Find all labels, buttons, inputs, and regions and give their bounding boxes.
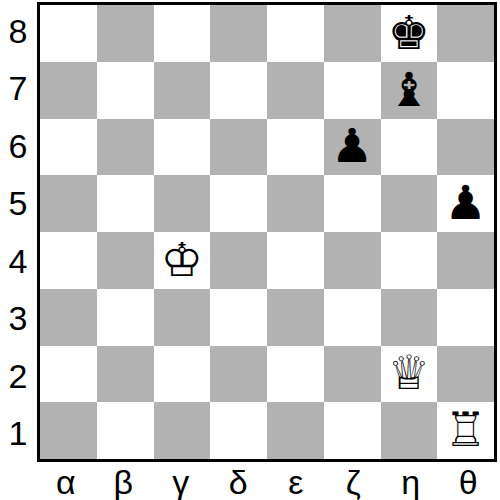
file-label-δ: δ [210,463,268,500]
square-β5[interactable] [97,175,154,232]
rank-label-7: 7 [0,60,36,118]
square-η5[interactable] [381,175,438,232]
square-α3[interactable] [40,289,97,346]
file-label-η: η [382,463,440,500]
square-α2[interactable] [40,346,97,403]
square-γ7[interactable] [154,62,211,119]
square-ζ6[interactable]: ♟ [324,119,381,176]
square-α6[interactable] [40,119,97,176]
square-γ4[interactable]: ♔ [154,232,211,289]
piece-white-rook[interactable]: ♖ [445,406,487,453]
square-θ5[interactable]: ♟ [437,175,494,232]
square-η6[interactable] [381,119,438,176]
square-θ8[interactable] [437,5,494,62]
square-α7[interactable] [40,62,97,119]
square-δ7[interactable] [210,62,267,119]
file-label-α: α [37,463,95,500]
square-ζ4[interactable] [324,232,381,289]
square-γ1[interactable] [154,402,211,459]
square-η7[interactable]: ♝ [381,62,438,119]
square-α4[interactable] [40,232,97,289]
square-β2[interactable] [97,346,154,403]
rank-label-8: 8 [0,2,36,60]
square-γ5[interactable] [154,175,211,232]
rank-label-2: 2 [0,347,36,405]
square-γ6[interactable] [154,119,211,176]
square-δ1[interactable] [210,402,267,459]
square-δ2[interactable] [210,346,267,403]
square-β4[interactable] [97,232,154,289]
square-θ1[interactable]: ♖ [437,402,494,459]
square-ζ7[interactable] [324,62,381,119]
square-ε3[interactable] [267,289,324,346]
square-δ4[interactable] [210,232,267,289]
square-θ2[interactable] [437,346,494,403]
square-ζ5[interactable] [324,175,381,232]
square-δ3[interactable] [210,289,267,346]
square-ε4[interactable] [267,232,324,289]
square-ζ8[interactable] [324,5,381,62]
square-θ7[interactable] [437,62,494,119]
square-δ6[interactable] [210,119,267,176]
square-γ8[interactable] [154,5,211,62]
piece-white-queen[interactable]: ♕ [388,349,430,396]
square-θ3[interactable] [437,289,494,346]
chess-board: ♚♝♟♟♔♕♖ [37,2,497,462]
square-β3[interactable] [97,289,154,346]
chess-diagram: 87654321 ♚♝♟♟♔♕♖ αβγδεζηθ [0,0,500,500]
rank-label-6: 6 [0,117,36,175]
file-labels: αβγδεζηθ [37,463,497,500]
square-α8[interactable] [40,5,97,62]
file-label-θ: θ [440,463,498,500]
square-ε8[interactable] [267,5,324,62]
square-ζ1[interactable] [324,402,381,459]
square-β7[interactable] [97,62,154,119]
square-β1[interactable] [97,402,154,459]
square-α1[interactable] [40,402,97,459]
rank-label-5: 5 [0,175,36,233]
rank-label-1: 1 [0,405,36,463]
square-θ4[interactable] [437,232,494,289]
square-η2[interactable]: ♕ [381,346,438,403]
square-θ6[interactable] [437,119,494,176]
piece-black-pawn[interactable]: ♟ [331,122,373,169]
square-γ3[interactable] [154,289,211,346]
piece-black-pawn[interactable]: ♟ [445,179,487,226]
square-ε6[interactable] [267,119,324,176]
file-label-ε: ε [267,463,325,500]
square-ε7[interactable] [267,62,324,119]
square-ζ3[interactable] [324,289,381,346]
rank-labels: 87654321 [0,2,36,462]
file-label-β: β [95,463,153,500]
piece-black-bishop[interactable]: ♝ [388,66,430,113]
piece-black-king[interactable]: ♚ [388,9,430,56]
square-ε2[interactable] [267,346,324,403]
square-α5[interactable] [40,175,97,232]
file-label-ζ: ζ [325,463,383,500]
square-η1[interactable] [381,402,438,459]
square-δ8[interactable] [210,5,267,62]
square-γ2[interactable] [154,346,211,403]
rank-label-3: 3 [0,290,36,348]
rank-label-4: 4 [0,232,36,290]
square-β6[interactable] [97,119,154,176]
file-label-γ: γ [152,463,210,500]
square-ε5[interactable] [267,175,324,232]
square-ε1[interactable] [267,402,324,459]
piece-white-king[interactable]: ♔ [161,236,203,283]
square-δ5[interactable] [210,175,267,232]
square-η4[interactable] [381,232,438,289]
square-η3[interactable] [381,289,438,346]
square-β8[interactable] [97,5,154,62]
square-η8[interactable]: ♚ [381,5,438,62]
square-ζ2[interactable] [324,346,381,403]
